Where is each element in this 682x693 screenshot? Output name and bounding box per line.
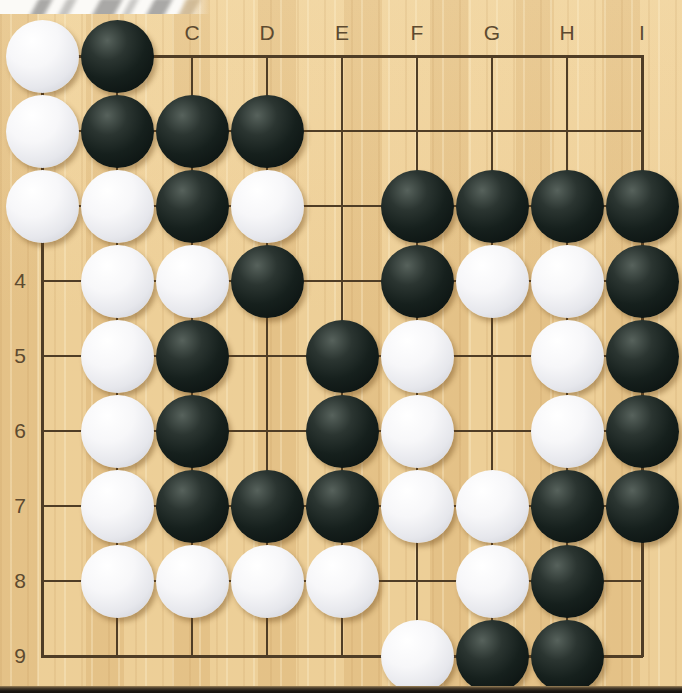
column-label-G: G (477, 22, 507, 44)
blur-smudge (145, 0, 174, 14)
stone-white-A3[interactable] (6, 170, 79, 243)
stone-black-H8[interactable] (531, 545, 604, 618)
stone-white-D8[interactable] (231, 545, 304, 618)
blur-smudge (121, 0, 140, 14)
stone-black-I7[interactable] (606, 470, 679, 543)
stone-white-B8[interactable] (81, 545, 154, 618)
stone-black-D2[interactable] (231, 95, 304, 168)
stone-white-B4[interactable] (81, 245, 154, 318)
blur-smudge (57, 0, 78, 14)
column-label-E: E (327, 22, 357, 44)
blur-smudge (177, 0, 202, 14)
stone-white-A2[interactable] (6, 95, 79, 168)
stone-black-E7[interactable] (306, 470, 379, 543)
stone-black-H9[interactable] (531, 620, 604, 693)
stone-white-D3[interactable] (231, 170, 304, 243)
stone-white-F9[interactable] (381, 620, 454, 693)
column-label-H: H (552, 22, 582, 44)
stone-black-C6[interactable] (156, 395, 229, 468)
row-label-4: 4 (5, 270, 35, 292)
stone-white-G4[interactable] (456, 245, 529, 318)
column-label-C: C (177, 22, 207, 44)
stone-white-A1[interactable] (6, 20, 79, 93)
stone-white-G7[interactable] (456, 470, 529, 543)
go-board[interactable]: CDEFGHI456789 (0, 0, 682, 693)
stone-white-H5[interactable] (531, 320, 604, 393)
stone-black-B2[interactable] (81, 95, 154, 168)
stone-black-I6[interactable] (606, 395, 679, 468)
stone-black-C3[interactable] (156, 170, 229, 243)
top-edge-blur-artifact (0, 0, 210, 14)
stone-black-I3[interactable] (606, 170, 679, 243)
row-label-5: 5 (5, 345, 35, 367)
stone-white-F7[interactable] (381, 470, 454, 543)
board-bottom-edge (0, 686, 682, 693)
stone-white-F6[interactable] (381, 395, 454, 468)
stone-black-F4[interactable] (381, 245, 454, 318)
stone-black-I4[interactable] (606, 245, 679, 318)
go-app-screenshot: CDEFGHI456789 (0, 0, 682, 693)
stone-black-H3[interactable] (531, 170, 604, 243)
stone-white-F5[interactable] (381, 320, 454, 393)
stone-black-B1[interactable] (81, 20, 154, 93)
stone-black-G9[interactable] (456, 620, 529, 693)
stone-black-F3[interactable] (381, 170, 454, 243)
stone-black-C2[interactable] (156, 95, 229, 168)
column-label-I: I (627, 22, 657, 44)
stone-white-C4[interactable] (156, 245, 229, 318)
stone-black-E5[interactable] (306, 320, 379, 393)
row-label-9: 9 (5, 645, 35, 667)
row-label-6: 6 (5, 420, 35, 442)
blur-smudge (29, 0, 54, 14)
row-label-8: 8 (5, 570, 35, 592)
stone-black-C7[interactable] (156, 470, 229, 543)
row-label-7: 7 (5, 495, 35, 517)
stone-white-B7[interactable] (81, 470, 154, 543)
stone-white-B3[interactable] (81, 170, 154, 243)
stone-white-B6[interactable] (81, 395, 154, 468)
blur-smudge (91, 0, 124, 14)
stone-black-D4[interactable] (231, 245, 304, 318)
stone-black-G3[interactable] (456, 170, 529, 243)
stone-black-H7[interactable] (531, 470, 604, 543)
stone-black-D7[interactable] (231, 470, 304, 543)
stone-black-E6[interactable] (306, 395, 379, 468)
stone-white-G8[interactable] (456, 545, 529, 618)
column-label-F: F (402, 22, 432, 44)
stone-white-H6[interactable] (531, 395, 604, 468)
stone-white-C8[interactable] (156, 545, 229, 618)
stone-white-H4[interactable] (531, 245, 604, 318)
stone-black-I5[interactable] (606, 320, 679, 393)
stone-white-B5[interactable] (81, 320, 154, 393)
stone-black-C5[interactable] (156, 320, 229, 393)
stone-white-E8[interactable] (306, 545, 379, 618)
column-label-D: D (252, 22, 282, 44)
